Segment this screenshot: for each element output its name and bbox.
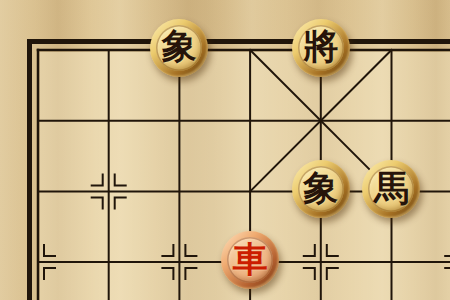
pieces-layer[interactable]: 象將象馬車: [3, 15, 450, 300]
xiangqi-board-viewport: 象將象馬車: [0, 0, 450, 300]
piece-black-horse[interactable]: 馬: [362, 160, 420, 218]
piece-glyph: 車: [233, 242, 268, 277]
piece-black-elephant-2[interactable]: 象: [292, 160, 350, 218]
piece-face: 象: [156, 25, 202, 71]
piece-glyph: 將: [303, 29, 338, 64]
piece-face: 將: [298, 25, 344, 71]
piece-red-chariot[interactable]: 車: [221, 231, 279, 289]
piece-black-general[interactable]: 將: [292, 19, 350, 77]
piece-face: 車: [227, 237, 273, 283]
piece-glyph: 馬: [374, 171, 409, 206]
piece-glyph: 象: [303, 171, 338, 206]
piece-face: 馬: [368, 166, 414, 212]
piece-glyph: 象: [162, 29, 197, 64]
piece-face: 象: [298, 166, 344, 212]
piece-black-elephant-1[interactable]: 象: [150, 19, 208, 77]
